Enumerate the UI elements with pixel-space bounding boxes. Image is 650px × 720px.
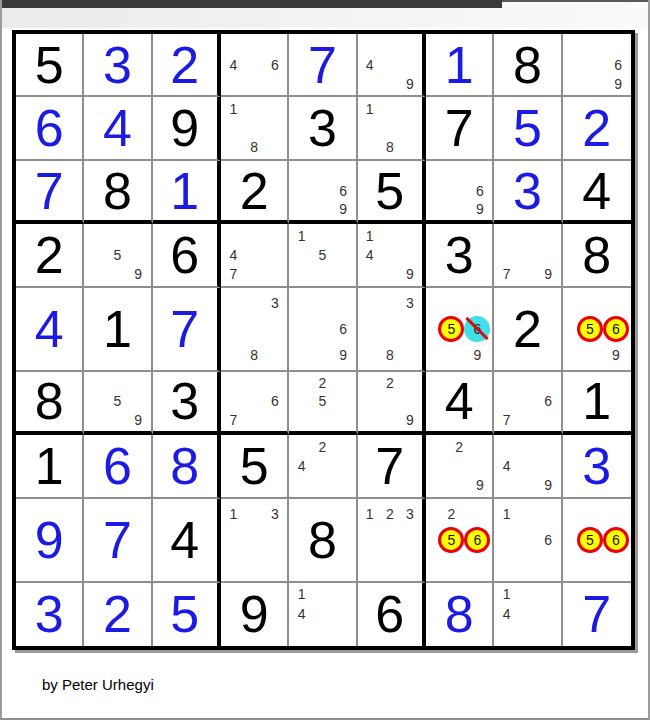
cell-r9c2[interactable]: 2 (84, 583, 152, 646)
pencil-mark: 9 (400, 266, 420, 282)
cell-r7c6[interactable]: 7 (358, 435, 426, 498)
cell-value: 2 (103, 588, 132, 640)
pencil-mark: 6 (265, 393, 286, 409)
cell-r1c3[interactable]: 2 (153, 34, 221, 97)
pencil-mark: 6 (333, 183, 354, 199)
pencil-mark: 4 (223, 247, 244, 263)
cell-value: 5 (375, 165, 404, 217)
cell-r7c3[interactable]: 8 (153, 435, 221, 498)
pencil-mark: 6 (333, 321, 354, 337)
cell-r4c1[interactable]: 2 (16, 224, 84, 287)
pencil-mark-highlighted: 6 (464, 527, 490, 553)
pencil-mark: 9 (538, 266, 559, 282)
cell-r3c5[interactable]: 69 (289, 161, 357, 224)
highlight-yellow-circle: 5 (438, 527, 464, 553)
cell-r2c7[interactable]: 7 (426, 97, 494, 160)
cell-value: 4 (35, 303, 64, 355)
pencil-mark: 4 (360, 247, 380, 263)
highlight-yellow-circle: 5 (438, 316, 464, 342)
cell-r8c4[interactable]: 13 (221, 499, 289, 583)
pencil-mark: 9 (400, 412, 420, 428)
cell-r6c4[interactable]: 67 (221, 372, 289, 435)
cell-value: 6 (103, 440, 132, 492)
cell-value: 4 (445, 375, 474, 427)
cell-r7c4[interactable]: 5 (221, 435, 289, 498)
pencil-mark: 5 (107, 247, 128, 263)
pencil-mark: 6 (538, 532, 559, 548)
pencil-mark: 2 (312, 375, 333, 391)
pencil-mark: 5 (312, 393, 333, 409)
pencil-mark: 9 (538, 477, 559, 493)
pencil-mark: 3 (265, 506, 286, 522)
pencil-mark: 9 (333, 201, 354, 217)
cell-value: 3 (445, 229, 474, 281)
cell-value: 1 (170, 165, 199, 217)
pencil-mark: 9 (128, 266, 149, 282)
cell-r6c6[interactable]: 29 (358, 372, 426, 435)
pencil-mark: 4 (496, 458, 517, 474)
cell-r5c1[interactable]: 4 (16, 288, 84, 372)
cell-value: 3 (308, 102, 337, 154)
cell-r2c5[interactable]: 3 (289, 97, 357, 160)
cell-r3c3[interactable]: 1 (153, 161, 221, 224)
highlight-yellow-circle: 6 (464, 527, 490, 553)
cell-r7c2[interactable]: 6 (84, 435, 152, 498)
cell-value: 4 (582, 165, 611, 217)
cell-r1c4[interactable]: 46 (221, 34, 289, 97)
cell-r7c5[interactable]: 24 (289, 435, 357, 498)
pencil-mark: 1 (360, 228, 380, 244)
credit: by Peter Urhegyi (42, 676, 154, 693)
cell-r3c2[interactable]: 8 (84, 161, 152, 224)
cell-r1c9[interactable]: 69 (563, 34, 631, 97)
pencil-mark: 7 (496, 266, 517, 282)
sudoku-grid: 5324674918696491831875278126956934259647… (16, 34, 631, 646)
cell-r9c6[interactable]: 6 (358, 583, 426, 646)
pencil-mark: 4 (360, 57, 380, 73)
cell-value: 1 (35, 440, 64, 492)
pencil-mark: 6 (470, 183, 491, 199)
pencil-mark: 8 (380, 139, 400, 155)
cell-r3c1[interactable]: 7 (16, 161, 84, 224)
pencil-mark: 9 (608, 76, 629, 92)
cell-r1c1[interactable]: 5 (16, 34, 84, 97)
pencil-mark: 2 (312, 439, 333, 455)
cell-value: 8 (103, 165, 132, 217)
cell-r6c9[interactable]: 1 (563, 372, 631, 435)
cell-value: 4 (170, 514, 199, 566)
cell-r1c6[interactable]: 49 (358, 34, 426, 97)
cell-r8c1[interactable]: 9 (16, 499, 84, 583)
cell-r1c2[interactable]: 3 (84, 34, 152, 97)
cell-value: 7 (445, 102, 474, 154)
cell-r1c5[interactable]: 7 (289, 34, 357, 97)
cell-r9c1[interactable]: 3 (16, 583, 84, 646)
cell-r2c8[interactable]: 5 (494, 97, 562, 160)
cell-value: 3 (35, 588, 64, 640)
highlight-yellow-circle: 6 (603, 316, 629, 342)
cell-value: 8 (445, 588, 474, 640)
pencil-mark: 3 (400, 506, 420, 522)
pencil-mark: 8 (244, 347, 265, 363)
cell-r6c2[interactable]: 59 (84, 372, 152, 435)
cell-r5c8[interactable]: 2 (494, 288, 562, 372)
pencil-mark: 2 (380, 506, 400, 522)
cell-value: 1 (582, 375, 611, 427)
cell-value: 2 (513, 303, 542, 355)
pencil-mark: 2 (449, 439, 470, 455)
pencil-mark: 2 (438, 506, 464, 522)
cell-value: 7 (582, 588, 611, 640)
pencil-mark: 1 (360, 101, 380, 117)
cell-value: 7 (35, 165, 64, 217)
cell-r8c2[interactable]: 7 (84, 499, 152, 583)
pencil-mark: 4 (291, 606, 312, 622)
cell-r5c9[interactable]: 569 (563, 288, 631, 372)
cell-r7c8[interactable]: 49 (494, 435, 562, 498)
pencil-mark: 9 (464, 347, 490, 363)
cell-r4c9[interactable]: 8 (563, 224, 631, 287)
cell-value: 6 (170, 229, 199, 281)
cell-r5c5[interactable]: 69 (289, 288, 357, 372)
pencil-mark: 1 (223, 101, 244, 117)
cell-r8c7[interactable]: 256 (426, 499, 494, 583)
pencil-mark-highlighted: 5 (577, 527, 603, 553)
cell-r3c6[interactable]: 5 (358, 161, 426, 224)
pencil-mark: 6 (608, 57, 629, 73)
cell-value: 8 (513, 39, 542, 91)
app-window: 5324674918696491831875278126956934259647… (0, 0, 650, 720)
pencil-mark: 1 (360, 506, 380, 522)
cell-r3c4[interactable]: 2 (221, 161, 289, 224)
cell-value: 8 (35, 375, 64, 427)
cell-r4c7[interactable]: 3 (426, 224, 494, 287)
highlight-yellow-circle: 5 (577, 527, 603, 553)
pencil-mark-eliminated: 6 (464, 316, 490, 342)
pencil-mark: 4 (496, 606, 517, 622)
cell-r1c8[interactable]: 8 (494, 34, 562, 97)
cell-r9c4[interactable]: 9 (221, 583, 289, 646)
pencil-mark: 9 (128, 412, 149, 428)
cell-r6c7[interactable]: 4 (426, 372, 494, 435)
highlight-yellow-circle: 5 (577, 316, 603, 342)
cell-value: 3 (103, 39, 132, 91)
cell-value: 7 (170, 303, 199, 355)
cell-value: 9 (170, 102, 199, 154)
cell-r3c7[interactable]: 69 (426, 161, 494, 224)
cell-r1c7[interactable]: 1 (426, 34, 494, 97)
cell-r2c9[interactable]: 2 (563, 97, 631, 160)
cell-r7c1[interactable]: 1 (16, 435, 84, 498)
cell-value: 6 (375, 588, 404, 640)
cell-r4c4[interactable]: 47 (221, 224, 289, 287)
cell-r5c6[interactable]: 38 (358, 288, 426, 372)
top-bar (2, 0, 502, 8)
cell-value: 3 (513, 165, 542, 217)
cell-r2c3[interactable]: 9 (153, 97, 221, 160)
pencil-mark: 8 (380, 347, 400, 363)
cell-value: 5 (513, 102, 542, 154)
pencil-mark: 1 (291, 586, 312, 602)
cell-value: 7 (308, 39, 337, 91)
cell-r4c5[interactable]: 15 (289, 224, 357, 287)
cell-r7c9[interactable]: 3 (563, 435, 631, 498)
pencil-mark: 7 (223, 412, 244, 428)
cell-r5c2[interactable]: 1 (84, 288, 152, 372)
cell-value: 1 (445, 39, 474, 91)
cell-value: 8 (308, 514, 337, 566)
pencil-mark: 9 (400, 76, 420, 92)
sudoku-board: 5324674918696491831875278126956934259647… (12, 30, 635, 650)
pencil-mark: 1 (496, 586, 517, 602)
cell-value: 2 (582, 102, 611, 154)
cell-r2c6[interactable]: 18 (358, 97, 426, 160)
cell-value: 4 (103, 102, 132, 154)
cell-r5c4[interactable]: 38 (221, 288, 289, 372)
cell-r6c8[interactable]: 67 (494, 372, 562, 435)
cell-r9c8[interactable]: 14 (494, 583, 562, 646)
cell-r9c7[interactable]: 8 (426, 583, 494, 646)
cell-value: 6 (35, 102, 64, 154)
pencil-mark: 6 (538, 393, 559, 409)
cell-r6c5[interactable]: 25 (289, 372, 357, 435)
cell-r7c7[interactable]: 29 (426, 435, 494, 498)
cell-value: 3 (582, 440, 611, 492)
cell-r5c7[interactable]: 569 (426, 288, 494, 372)
pencil-mark: 3 (400, 295, 420, 311)
cell-r8c3[interactable]: 4 (153, 499, 221, 583)
cell-value: 5 (170, 588, 199, 640)
pencil-mark: 9 (333, 347, 354, 363)
cell-value: 9 (35, 514, 64, 566)
cell-r9c9[interactable]: 7 (563, 583, 631, 646)
pencil-mark: 9 (603, 347, 629, 363)
pencil-mark: 9 (470, 201, 491, 217)
cell-r8c9[interactable]: 56 (563, 499, 631, 583)
cell-value: 2 (170, 39, 199, 91)
pencil-mark: 1 (291, 228, 312, 244)
cell-value: 5 (240, 440, 269, 492)
pencil-mark: 9 (470, 477, 491, 493)
strike-line (466, 317, 489, 340)
pencil-mark: 6 (265, 57, 286, 73)
cell-value: 5 (35, 39, 64, 91)
cell-r6c3[interactable]: 3 (153, 372, 221, 435)
cell-value: 7 (103, 514, 132, 566)
cell-r3c9[interactable]: 4 (563, 161, 631, 224)
pencil-mark-highlighted: 6 (603, 527, 629, 553)
cell-r4c3[interactable]: 6 (153, 224, 221, 287)
cell-r6c1[interactable]: 8 (16, 372, 84, 435)
cell-value: 3 (170, 375, 199, 427)
cell-r2c4[interactable]: 18 (221, 97, 289, 160)
cell-r3c8[interactable]: 3 (494, 161, 562, 224)
cell-r2c1[interactable]: 6 (16, 97, 84, 160)
highlight-cyan-circle: 6 (464, 316, 490, 342)
pencil-mark: 4 (223, 57, 244, 73)
cell-r5c3[interactable]: 7 (153, 288, 221, 372)
highlight-yellow-circle: 6 (603, 527, 629, 553)
pencil-mark-highlighted: 5 (577, 316, 603, 342)
cell-r9c5[interactable]: 14 (289, 583, 357, 646)
cell-value: 2 (240, 165, 269, 217)
pencil-mark: 7 (223, 266, 244, 282)
cell-value: 9 (240, 588, 269, 640)
cell-value: 7 (375, 440, 404, 492)
pencil-mark-highlighted: 5 (438, 316, 464, 342)
cell-r4c8[interactable]: 79 (494, 224, 562, 287)
cell-value: 1 (103, 303, 132, 355)
cell-r8c6[interactable]: 123 (358, 499, 426, 583)
pencil-mark: 5 (107, 393, 128, 409)
cell-r2c2[interactable]: 4 (84, 97, 152, 160)
pencil-mark-highlighted: 6 (603, 316, 629, 342)
cell-r8c5[interactable]: 8 (289, 499, 357, 583)
pencil-mark: 1 (223, 506, 244, 522)
pencil-mark: 5 (312, 247, 333, 263)
cell-r4c6[interactable]: 149 (358, 224, 426, 287)
cell-r4c2[interactable]: 59 (84, 224, 152, 287)
pencil-mark-highlighted: 5 (438, 527, 464, 553)
pencil-mark: 7 (496, 412, 517, 428)
pencil-mark: 2 (380, 375, 400, 391)
pencil-mark: 8 (244, 139, 265, 155)
cell-r8c8[interactable]: 16 (494, 499, 562, 583)
pencil-mark: 4 (291, 458, 312, 474)
cell-value: 8 (582, 229, 611, 281)
cell-r9c3[interactable]: 5 (153, 583, 221, 646)
cell-value: 2 (35, 229, 64, 281)
pencil-mark: 3 (265, 295, 286, 311)
cell-value: 8 (170, 440, 199, 492)
pencil-mark: 1 (496, 506, 517, 522)
